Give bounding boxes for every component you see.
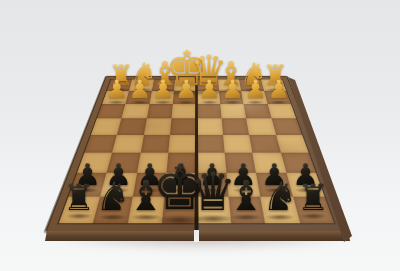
square-f6 — [137, 153, 169, 173]
square-f5 — [140, 135, 170, 153]
square-e4 — [170, 118, 196, 134]
square-c2 — [219, 91, 244, 104]
square-f2 — [149, 91, 174, 104]
square-f4 — [144, 118, 172, 134]
square-f7 — [133, 173, 167, 196]
square-f8 — [128, 196, 165, 223]
square-g7 — [101, 173, 137, 196]
square-c5 — [223, 135, 253, 153]
square-g8 — [93, 196, 132, 223]
square-a8 — [292, 196, 334, 223]
square-a6 — [281, 153, 316, 173]
square-c3 — [220, 104, 246, 118]
square-e7 — [165, 173, 197, 196]
square-c4 — [221, 118, 249, 134]
square-c7 — [226, 173, 260, 196]
square-d7 — [197, 173, 229, 196]
chessboard — [45, 76, 348, 232]
square-g1 — [129, 79, 154, 91]
square-a2 — [264, 91, 291, 104]
square-g6 — [107, 153, 141, 173]
square-a4 — [271, 118, 302, 134]
square-d5 — [197, 135, 225, 153]
square-c1 — [218, 79, 242, 91]
square-a1 — [261, 79, 287, 91]
square-d2 — [197, 91, 221, 104]
square-c8 — [228, 196, 265, 223]
square-e8 — [162, 196, 196, 223]
square-f1 — [152, 79, 176, 91]
square-c6 — [225, 153, 257, 173]
square-d1 — [197, 79, 219, 91]
square-f3 — [147, 104, 173, 118]
square-g4 — [117, 118, 146, 134]
square-e3 — [172, 104, 197, 118]
square-g5 — [112, 135, 143, 153]
square-e5 — [168, 135, 196, 153]
square-g2 — [126, 91, 152, 104]
hinge-front-gap — [194, 230, 199, 242]
square-d3 — [197, 104, 222, 118]
square-g3 — [122, 104, 150, 118]
square-a5 — [276, 135, 309, 153]
square-d4 — [197, 118, 223, 134]
square-a7 — [286, 173, 324, 196]
square-d8 — [197, 196, 231, 223]
square-d6 — [197, 153, 227, 173]
square-e1 — [174, 79, 196, 91]
square-e6 — [167, 153, 197, 173]
chess-photo-scene: ♜♞♝♚♛♝♞♜♟♟♟♟♟♟♟♟♟♟♟♟♟♟♟♟♜♞♝♚♛♝♞♜ — [0, 0, 400, 271]
square-e2 — [173, 91, 197, 104]
square-a3 — [267, 104, 296, 118]
